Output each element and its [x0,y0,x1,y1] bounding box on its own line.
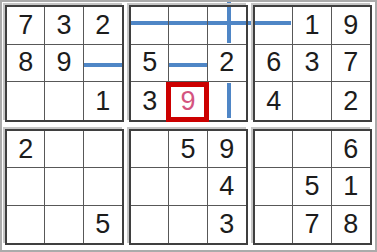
box-bottom-right: 65178 [253,129,372,245]
cell-r3c6[interactable] [208,82,246,120]
cell-r5c2[interactable] [45,168,83,205]
cell-r3c8[interactable] [293,82,331,120]
cell-r6c9[interactable]: 8 [332,206,370,243]
cell-r2c5[interactable] [169,45,207,83]
cell-r6c3[interactable]: 5 [84,206,122,243]
cell-r4c7[interactable] [255,131,293,168]
cell-r1c1[interactable]: 7 [7,7,45,45]
cell-r2c6[interactable]: 2 [208,45,246,83]
cell-r1c9[interactable]: 9 [332,7,370,45]
cell-r4c3[interactable] [84,131,122,168]
cell-r3c9[interactable]: 2 [332,82,370,120]
cell-r4c2[interactable] [45,131,83,168]
sudoku-board: 732891 5239 1963742 25 5943 65178 [0,0,377,252]
cell-r2c8[interactable]: 3 [293,45,331,83]
cell-r5c8[interactable]: 5 [293,168,331,205]
box-bottom-left: 25 [5,129,124,245]
cell-r1c5[interactable] [169,7,207,45]
cell-r4c5[interactable]: 5 [169,131,207,168]
cell-r6c2[interactable] [45,206,83,243]
cell-r6c6[interactable]: 3 [208,206,246,243]
cell-r3c3[interactable]: 1 [84,82,122,120]
cell-r4c8[interactable] [293,131,331,168]
box-top-left: 732891 [5,5,124,122]
cell-r5c1[interactable] [7,168,45,205]
cell-r5c5[interactable] [169,168,207,205]
cell-r3c7[interactable]: 4 [255,82,293,120]
cell-r1c2[interactable]: 3 [45,7,83,45]
cell-r3c5[interactable]: 9 [169,82,207,120]
box-bottom-middle: 5943 [129,129,248,245]
box-top-middle: 5239 [129,5,248,122]
cell-r2c4[interactable]: 5 [131,45,169,83]
cell-r6c4[interactable] [131,206,169,243]
cell-r5c9[interactable]: 1 [332,168,370,205]
cell-r4c4[interactable] [131,131,169,168]
cell-r2c2[interactable]: 9 [45,45,83,83]
cell-r3c1[interactable] [7,82,45,120]
cell-r5c4[interactable] [131,168,169,205]
cell-r4c9[interactable]: 6 [332,131,370,168]
cell-r6c5[interactable] [169,206,207,243]
cell-r2c3[interactable] [84,45,122,83]
cell-r6c7[interactable] [255,206,293,243]
cell-r2c7[interactable]: 6 [255,45,293,83]
cell-r4c6[interactable]: 9 [208,131,246,168]
cell-r3c4[interactable]: 3 [131,82,169,120]
cell-r6c1[interactable] [7,206,45,243]
cell-r5c7[interactable] [255,168,293,205]
cell-r2c1[interactable]: 8 [7,45,45,83]
cell-r2c9[interactable]: 7 [332,45,370,83]
cell-r5c3[interactable] [84,168,122,205]
cell-r1c4[interactable] [131,7,169,45]
cell-r1c8[interactable]: 1 [293,7,331,45]
cell-r6c8[interactable]: 7 [293,206,331,243]
box-top-right: 1963742 [253,5,372,122]
cell-r5c6[interactable]: 4 [208,168,246,205]
cell-r4c1[interactable]: 2 [7,131,45,168]
cell-r3c2[interactable] [45,82,83,120]
cell-r1c7[interactable] [255,7,293,45]
cell-r1c3[interactable]: 2 [84,7,122,45]
cell-r1c6[interactable] [208,7,246,45]
